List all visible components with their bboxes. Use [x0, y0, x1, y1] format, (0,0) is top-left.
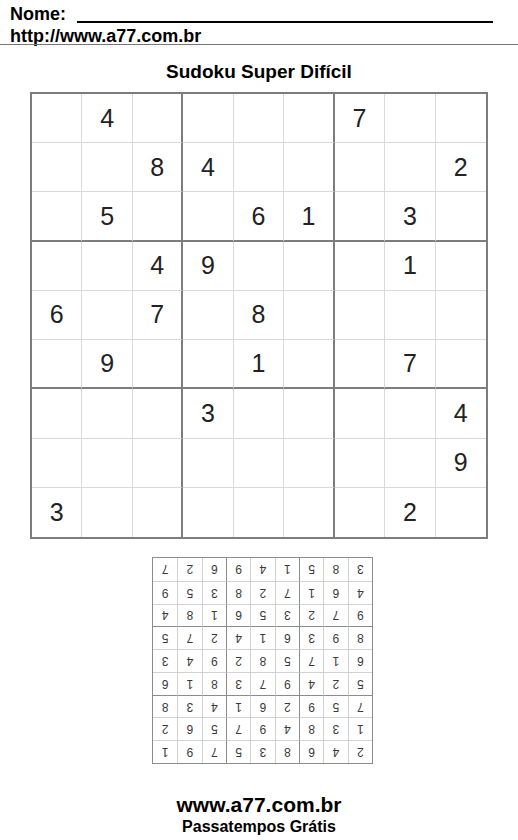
puzzle-cell-r5c6 [284, 291, 334, 340]
solution-cell-r9c5: 4 [250, 558, 274, 581]
solution-cell-r3c7: 4 [202, 695, 226, 718]
solution-cell-r3c3: 9 [299, 695, 323, 718]
puzzle-cell-r5c3: 7 [133, 291, 183, 340]
puzzle-cell-r6c5: 1 [234, 340, 284, 389]
puzzle-cell-r6c1 [32, 340, 82, 389]
puzzle-cell-r8c5 [234, 439, 284, 488]
puzzle-cell-r7c9: 4 [436, 389, 486, 438]
puzzle-cell-r2c2 [82, 143, 132, 192]
solution-cell-r2c6: 7 [226, 717, 250, 740]
puzzle-cell-r3c7 [335, 192, 385, 241]
solution-cell-r5c2: 1 [323, 649, 347, 672]
puzzle-cell-r9c6 [284, 488, 334, 537]
solution-cell-r2c2: 3 [323, 717, 347, 740]
puzzle-cell-r7c5 [234, 389, 284, 438]
puzzle-cell-r4c1 [32, 242, 82, 291]
solution-cell-r1c4: 8 [275, 740, 299, 763]
solution-cell-r5c5: 8 [250, 649, 274, 672]
puzzle-cell-r1c9 [436, 94, 486, 143]
solution-cell-r3c9: 8 [153, 695, 177, 718]
puzzle-cell-r8c2 [82, 439, 132, 488]
puzzle-cell-r4c8: 1 [385, 242, 435, 291]
puzzle-cell-r4c7 [335, 242, 385, 291]
solution-cell-r1c9: 1 [153, 740, 177, 763]
puzzle-cell-r3c1 [32, 192, 82, 241]
solution-cell-r1c8: 9 [177, 740, 201, 763]
solution-cell-r9c7: 6 [202, 558, 226, 581]
puzzle-cell-r4c4: 9 [183, 242, 233, 291]
solution-cell-r8c3: 1 [299, 581, 323, 604]
solution-cell-r4c3: 4 [299, 672, 323, 695]
puzzle-cell-r7c3 [133, 389, 183, 438]
solution-cell-r3c2: 5 [323, 695, 347, 718]
solution-cell-r2c8: 6 [177, 717, 201, 740]
solution-cell-r5c9: 3 [153, 649, 177, 672]
puzzle-cell-r9c7 [335, 488, 385, 537]
puzzle-cell-r7c1 [32, 389, 82, 438]
puzzle-cell-r9c2 [82, 488, 132, 537]
puzzle-cell-r5c9 [436, 291, 486, 340]
solution-cell-r7c4: 3 [275, 604, 299, 627]
puzzle-cell-r6c3 [133, 340, 183, 389]
name-label: Nome: [10, 4, 66, 25]
solution-cell-r8c4: 7 [275, 581, 299, 604]
solution-cell-r9c4: 1 [275, 558, 299, 581]
puzzle-cell-r8c3 [133, 439, 183, 488]
solution-cell-r1c1: 2 [348, 740, 372, 763]
solution-cell-r1c3: 6 [299, 740, 323, 763]
solution-cell-r1c6: 5 [226, 740, 250, 763]
puzzle-cell-r2c7 [335, 143, 385, 192]
puzzle-cell-r3c6: 1 [284, 192, 334, 241]
solution-cell-r3c8: 3 [177, 695, 201, 718]
puzzle-cell-r3c8: 3 [385, 192, 435, 241]
puzzle-cell-r3c3 [133, 192, 183, 241]
puzzle-cell-r2c3: 8 [133, 143, 183, 192]
puzzle-cell-r7c7 [335, 389, 385, 438]
solution-cell-r2c1: 1 [348, 717, 372, 740]
puzzle-cell-r7c6 [284, 389, 334, 438]
footer-tagline-text: Passatempos Grátis [0, 818, 518, 836]
solution-cell-r9c1: 3 [348, 558, 372, 581]
solution-cell-r6c5: 1 [250, 626, 274, 649]
page-title: Sudoku Super Difícil [0, 61, 518, 83]
puzzle-cell-r1c6 [284, 94, 334, 143]
solution-cell-r1c5: 3 [250, 740, 274, 763]
solution-cell-r4c8: 1 [177, 672, 201, 695]
puzzle-cell-r5c2 [82, 291, 132, 340]
solution-cell-r9c6: 9 [226, 558, 250, 581]
puzzle-cell-r7c8 [385, 389, 435, 438]
solution-cell-r2c5: 9 [250, 717, 274, 740]
puzzle-cell-r1c7: 7 [335, 94, 385, 143]
footer-site-text: www.a77.com.br [0, 793, 518, 817]
solution-cell-r5c1: 6 [348, 649, 372, 672]
name-blank-line [77, 21, 493, 23]
solution-cell-r8c9: 9 [153, 581, 177, 604]
solution-cell-r1c7: 7 [202, 740, 226, 763]
solution-cell-r9c2: 8 [323, 558, 347, 581]
solution-cell-r7c5: 5 [250, 604, 274, 627]
solution-cell-r8c8: 5 [177, 581, 201, 604]
puzzle-cell-r1c3 [133, 94, 183, 143]
solution-cell-r5c4: 5 [275, 649, 299, 672]
puzzle-cell-r3c2: 5 [82, 192, 132, 241]
puzzle-cell-r3c5: 6 [234, 192, 284, 241]
solution-cell-r7c9: 4 [153, 604, 177, 627]
puzzle-cell-r4c5 [234, 242, 284, 291]
puzzle-cell-r1c8 [385, 94, 435, 143]
solution-cell-r4c7: 8 [202, 672, 226, 695]
solution-cell-r7c2: 7 [323, 604, 347, 627]
puzzle-cell-r6c9 [436, 340, 486, 389]
puzzle-cell-r4c6 [284, 242, 334, 291]
puzzle-cell-r8c7 [335, 439, 385, 488]
solution-cell-r4c5: 7 [250, 672, 274, 695]
header-divider [0, 44, 518, 45]
solution-cell-r6c1: 8 [348, 626, 372, 649]
puzzle-cell-r5c5: 8 [234, 291, 284, 340]
puzzle-cell-r5c8 [385, 291, 435, 340]
solution-cell-r9c8: 2 [177, 558, 201, 581]
puzzle-cell-r6c2: 9 [82, 340, 132, 389]
puzzle-cell-r5c4 [183, 291, 233, 340]
solution-cell-r7c7: 1 [202, 604, 226, 627]
solution-cell-r5c7: 9 [202, 649, 226, 672]
solution-cell-r4c1: 5 [348, 672, 372, 695]
puzzle-cell-r7c4: 3 [183, 389, 233, 438]
solution-cell-r6c4: 6 [275, 626, 299, 649]
solution-cell-r5c8: 4 [177, 649, 201, 672]
puzzle-cell-r5c7 [335, 291, 385, 340]
puzzle-cell-r9c9 [436, 488, 486, 537]
solution-cell-r7c1: 9 [348, 604, 372, 627]
puzzle-cell-r2c1 [32, 143, 82, 192]
solution-cell-r8c1: 4 [348, 581, 372, 604]
puzzle-cell-r1c4 [183, 94, 233, 143]
puzzle-cell-r1c2: 4 [82, 94, 132, 143]
puzzle-cell-r6c4 [183, 340, 233, 389]
sudoku-solution-grid-rotated: 2468357911384975627592614385249738166175… [152, 557, 373, 764]
sudoku-puzzle-grid: 47842561349167891734932 [30, 92, 488, 539]
puzzle-cell-r8c1 [32, 439, 82, 488]
puzzle-cell-r5c1: 6 [32, 291, 82, 340]
puzzle-cell-r9c4 [183, 488, 233, 537]
puzzle-cell-r7c2 [82, 389, 132, 438]
solution-cell-r8c6: 8 [226, 581, 250, 604]
puzzle-cell-r1c5 [234, 94, 284, 143]
puzzle-cell-r8c6 [284, 439, 334, 488]
solution-cell-r6c2: 9 [323, 626, 347, 649]
solution-cell-r1c2: 4 [323, 740, 347, 763]
puzzle-cell-r2c6 [284, 143, 334, 192]
solution-cell-r6c7: 2 [202, 626, 226, 649]
solution-cell-r8c7: 3 [202, 581, 226, 604]
puzzle-cell-r4c2 [82, 242, 132, 291]
puzzle-cell-r4c3: 4 [133, 242, 183, 291]
puzzle-cell-r9c8: 2 [385, 488, 435, 537]
solution-cell-r3c5: 6 [250, 695, 274, 718]
solution-cell-r7c3: 2 [299, 604, 323, 627]
solution-cell-r6c9: 5 [153, 626, 177, 649]
puzzle-cell-r8c9: 9 [436, 439, 486, 488]
puzzle-cell-r6c7 [335, 340, 385, 389]
solution-cell-r8c5: 2 [250, 581, 274, 604]
puzzle-cell-r2c5 [234, 143, 284, 192]
solution-cell-r3c6: 1 [226, 695, 250, 718]
puzzle-cell-r2c4: 4 [183, 143, 233, 192]
solution-cell-r4c9: 6 [153, 672, 177, 695]
puzzle-cell-r3c9 [436, 192, 486, 241]
puzzle-cell-r3c4 [183, 192, 233, 241]
puzzle-cell-r8c8 [385, 439, 435, 488]
solution-cell-r6c6: 4 [226, 626, 250, 649]
puzzle-cell-r6c6 [284, 340, 334, 389]
solution-cell-r2c4: 4 [275, 717, 299, 740]
solution-cell-r4c6: 3 [226, 672, 250, 695]
solution-cell-r7c6: 6 [226, 604, 250, 627]
solution-cell-r6c3: 3 [299, 626, 323, 649]
solution-cell-r2c3: 8 [299, 717, 323, 740]
puzzle-cell-r6c8: 7 [385, 340, 435, 389]
solution-cell-r5c6: 2 [226, 649, 250, 672]
solution-cell-r9c3: 5 [299, 558, 323, 581]
solution-cell-r8c2: 6 [323, 581, 347, 604]
solution-cell-r5c3: 7 [299, 649, 323, 672]
puzzle-cell-r8c4 [183, 439, 233, 488]
printable-sudoku-page: Nome: http://www.a77.com.br Sudoku Super… [0, 0, 518, 840]
puzzle-cell-r2c9: 2 [436, 143, 486, 192]
solution-cell-r6c8: 7 [177, 626, 201, 649]
puzzle-cell-r4c9 [436, 242, 486, 291]
puzzle-cell-r9c3 [133, 488, 183, 537]
solution-cell-r3c1: 7 [348, 695, 372, 718]
puzzle-cell-r9c5 [234, 488, 284, 537]
solution-cell-r2c9: 2 [153, 717, 177, 740]
solution-cell-r4c4: 9 [275, 672, 299, 695]
puzzle-cell-r1c1 [32, 94, 82, 143]
solution-cell-r9c9: 7 [153, 558, 177, 581]
puzzle-cell-r2c8 [385, 143, 435, 192]
solution-cell-r3c4: 2 [275, 695, 299, 718]
solution-cell-r7c8: 8 [177, 604, 201, 627]
solution-cell-r2c7: 5 [202, 717, 226, 740]
solution-cell-r4c2: 2 [323, 672, 347, 695]
puzzle-cell-r9c1: 3 [32, 488, 82, 537]
